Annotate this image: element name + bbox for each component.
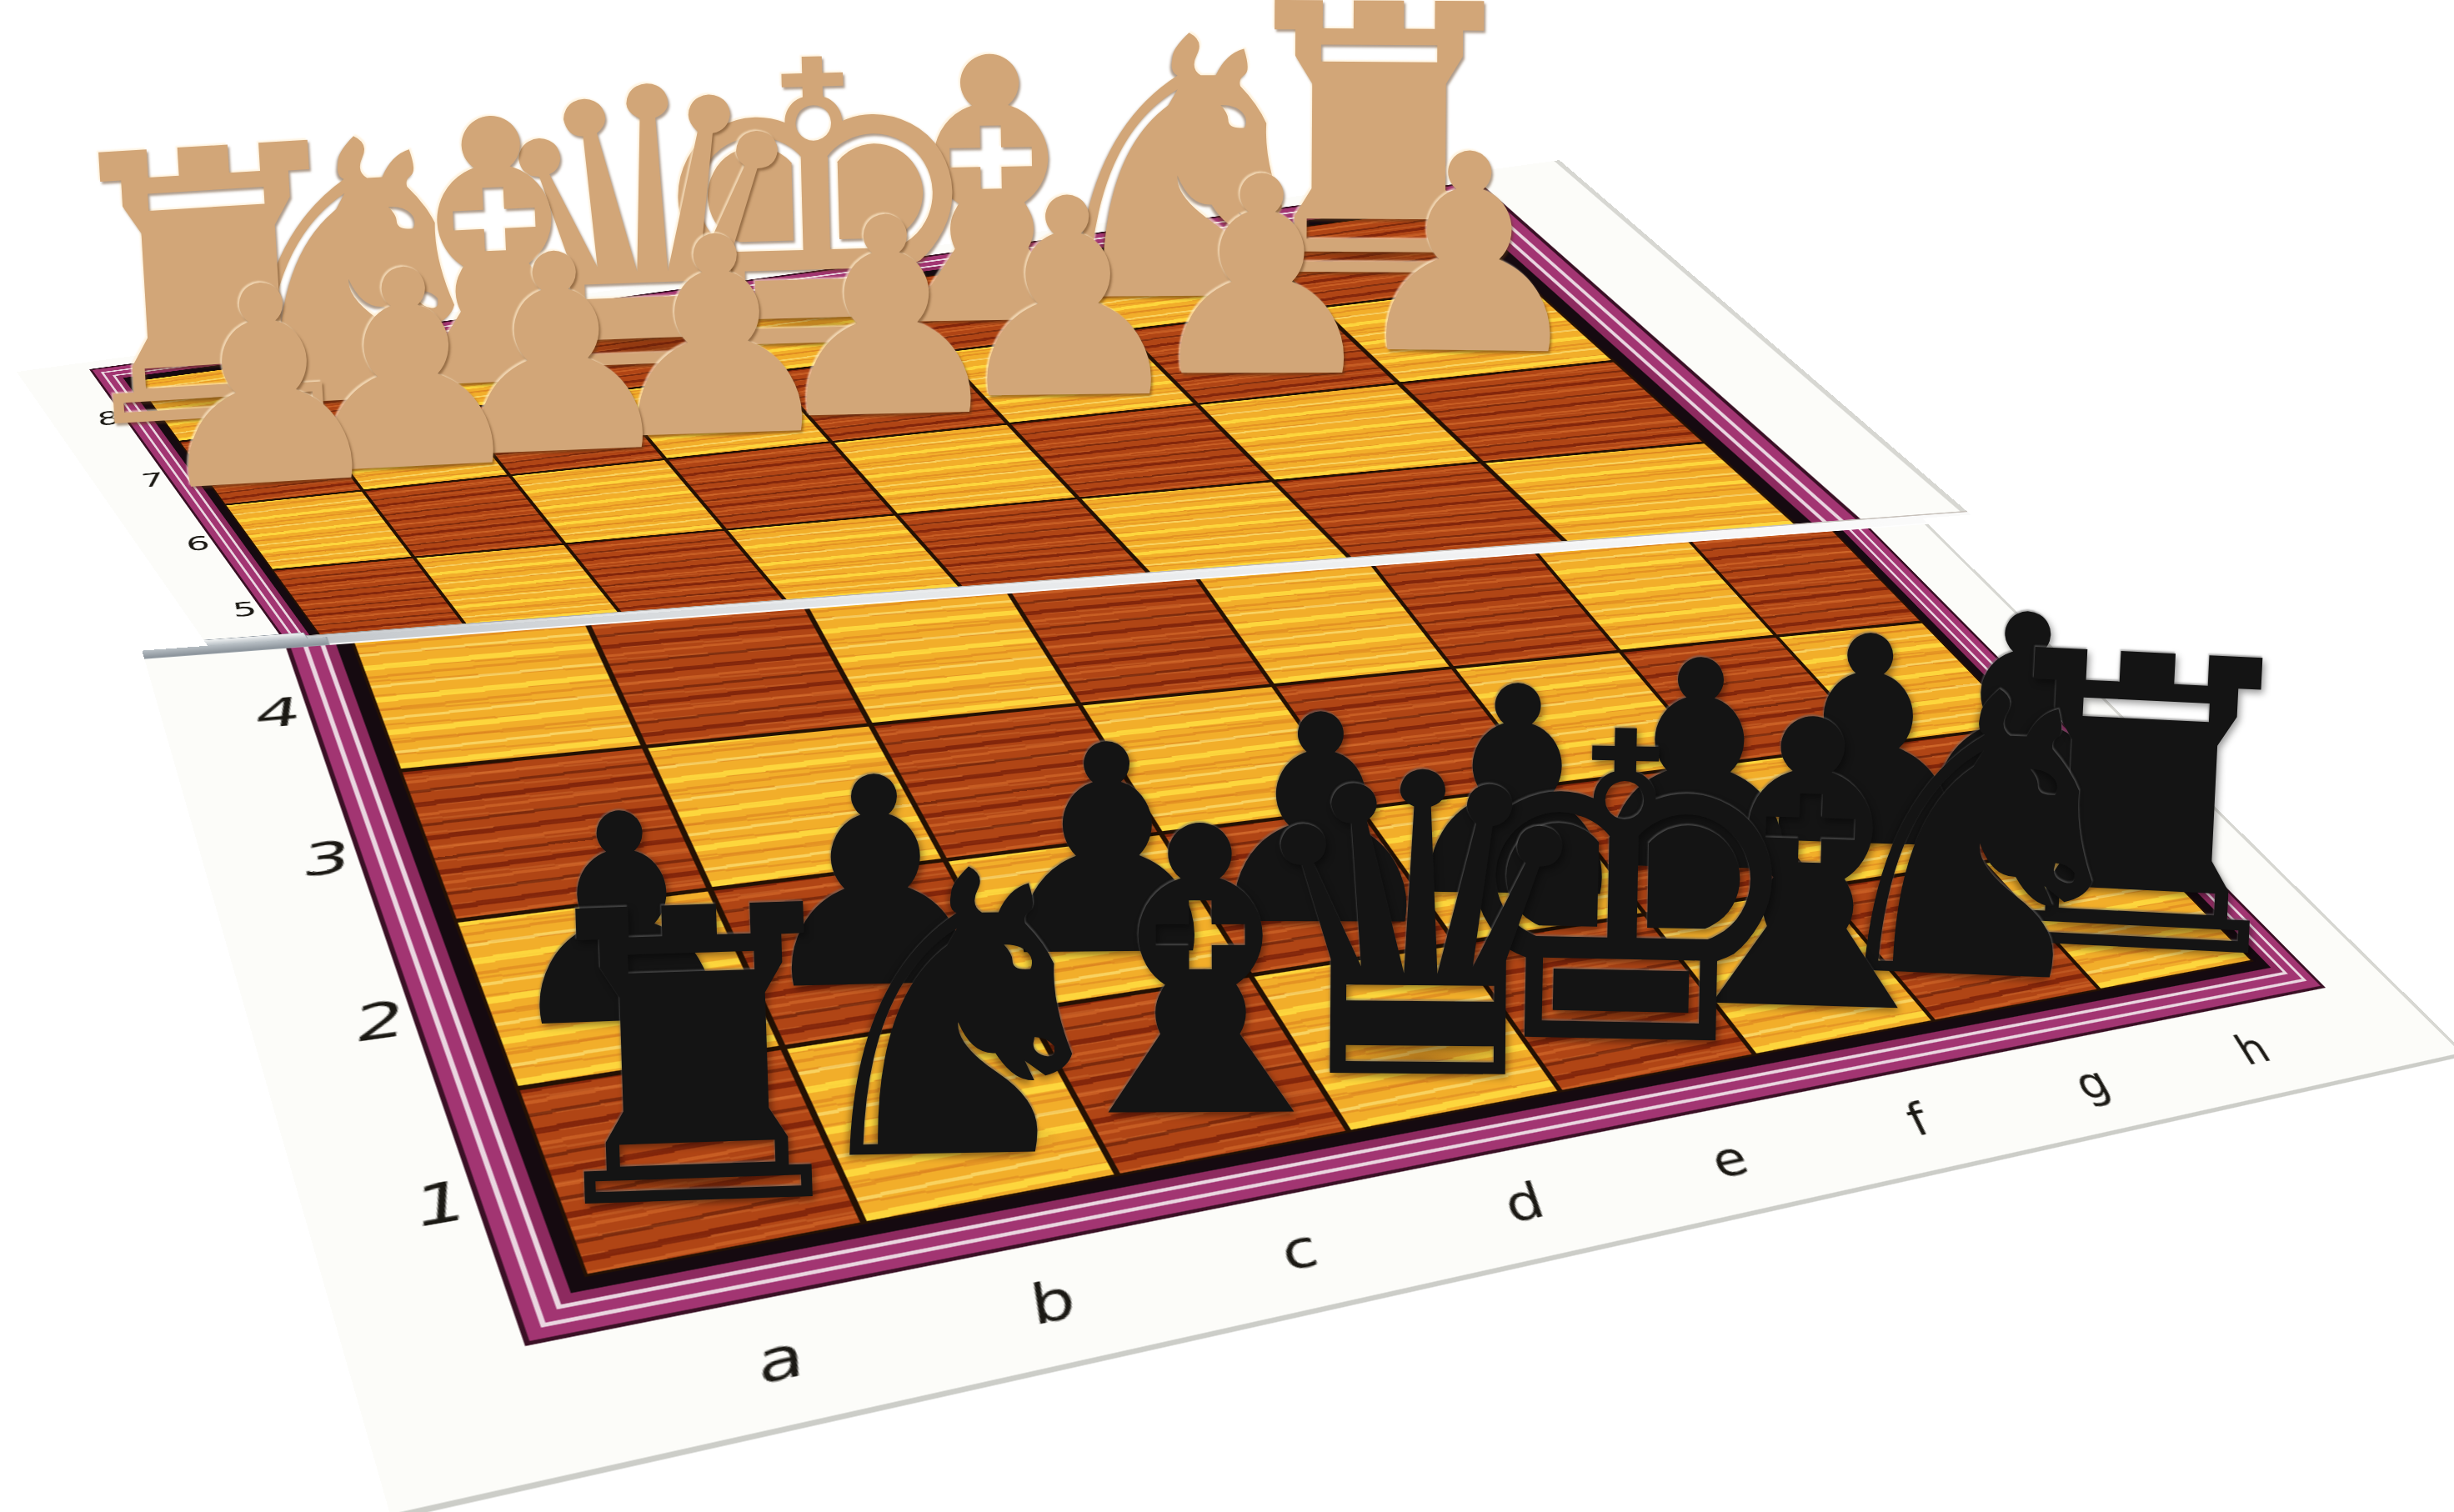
photo-scene: 87654321abcdefgh 87654321abcdefgh ♜♞♝♛♚♝… (0, 0, 2454, 1512)
rank-label-2: 2 (308, 987, 439, 1058)
file-label-b: b (980, 1264, 1114, 1344)
rank-label-3: 3 (258, 829, 383, 890)
white-pawn-icon: ♟ (135, 244, 395, 531)
piece-white-pawn-a7[interactable]: ♟ (149, 251, 394, 524)
black-rook-icon: ♜ (507, 852, 882, 1268)
rank-label-1: 1 (363, 1164, 503, 1247)
piece-black-rook-a1[interactable]: ♜ (518, 858, 881, 1262)
rank-label-4: 4 (213, 687, 331, 740)
file-label-c: c (1230, 1214, 1357, 1289)
file-label-a: a (704, 1318, 844, 1405)
file-label-d: d (1459, 1169, 1580, 1239)
